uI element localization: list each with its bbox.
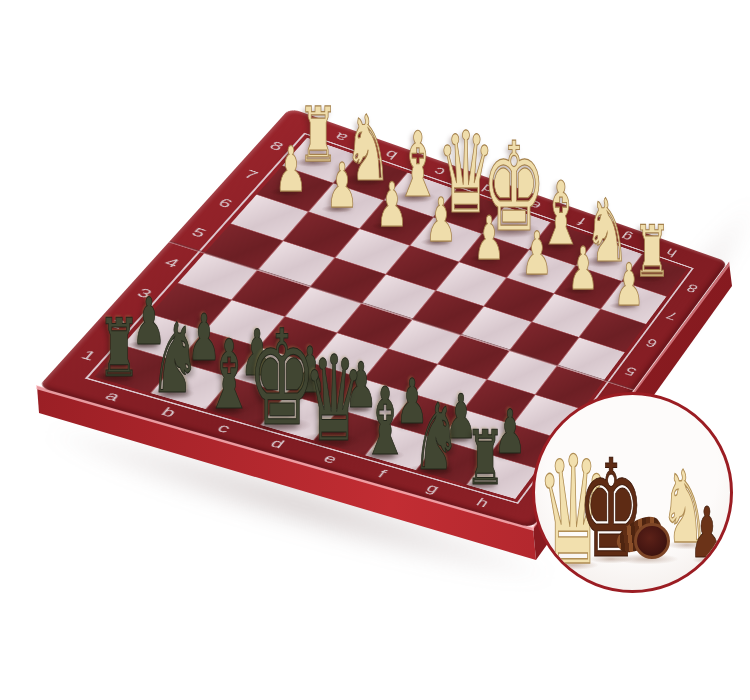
rank-label-6-right: 6: [643, 337, 659, 350]
rank-label-1-left: 1: [78, 348, 99, 363]
rank-label-7-left: 7: [242, 167, 261, 181]
light-pawn-b7: ♟: [326, 156, 358, 218]
inset-detail-circle: ♛ ♚ ♞ ♟: [532, 392, 733, 593]
rank-label-6-left: 6: [216, 196, 236, 210]
light-pawn-a7: ♟: [275, 138, 307, 200]
light-pawn-h7: ♟: [614, 255, 644, 313]
rank-label-5-left: 5: [189, 225, 209, 239]
light-pawn-g7: ♟: [568, 240, 599, 299]
dark-knight-g1: ♞: [412, 392, 460, 484]
inset-dark-pawn: ♟: [690, 498, 725, 568]
dark-knight-b1: ♞: [149, 311, 199, 408]
rank-label-4-left: 4: [162, 255, 182, 269]
dark-rook-a1: ♜: [98, 308, 140, 389]
dark-bishop-f1: ♝: [361, 376, 409, 469]
product-photo-scene: aabbccddeeffgghh1122334455667788 ♜♞♝♛♚♝♞…: [0, 0, 750, 700]
dark-rook-h1: ♜: [465, 420, 504, 495]
light-pawn-f7: ♟: [521, 224, 552, 284]
dark-bishop-c1: ♝: [204, 328, 254, 424]
light-pawn-e7: ♟: [474, 207, 505, 267]
rank-label-8-right: 8: [684, 282, 700, 295]
dark-queen-e1: ♛: [304, 340, 365, 458]
light-pawn-c7: ♟: [376, 173, 408, 234]
rank-label-5-right: 5: [622, 365, 638, 378]
rank-label-7-right: 7: [664, 309, 680, 322]
light-pawn-d7: ♟: [425, 190, 457, 251]
inset-dark-king: ♚: [578, 442, 645, 577]
